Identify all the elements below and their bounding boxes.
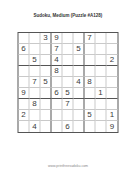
cell-r7c9[interactable] bbox=[107, 99, 118, 110]
cell-r5c6: 4 bbox=[74, 77, 85, 88]
cell-r5c7: 8 bbox=[85, 77, 96, 88]
cell-r2c1: 6 bbox=[19, 44, 30, 55]
cell-r8c9: 1 bbox=[107, 110, 118, 121]
cell-r9c5: 6 bbox=[63, 121, 74, 132]
cell-r8c3[interactable] bbox=[41, 110, 52, 121]
cell-r6c3[interactable] bbox=[41, 88, 52, 99]
cell-r2c9[interactable] bbox=[107, 44, 118, 55]
cell-r7c5: 7 bbox=[63, 99, 74, 110]
cell-r8c6[interactable] bbox=[74, 110, 85, 121]
cell-r4c5[interactable] bbox=[63, 66, 74, 77]
cell-r4c9[interactable] bbox=[107, 66, 118, 77]
cell-r2c7[interactable] bbox=[85, 44, 96, 55]
cell-r2c5[interactable] bbox=[63, 44, 74, 55]
cell-r4c3[interactable] bbox=[41, 66, 52, 77]
cell-r1c9[interactable] bbox=[107, 33, 118, 44]
sudoku-grid: 39767554287548965187251469 bbox=[18, 32, 119, 133]
cell-r1c2[interactable] bbox=[30, 33, 41, 44]
cell-r3c4: 4 bbox=[52, 55, 63, 66]
cell-r4c2[interactable] bbox=[30, 66, 41, 77]
cell-r5c4[interactable] bbox=[52, 77, 63, 88]
cell-r9c4[interactable] bbox=[52, 121, 63, 132]
cell-r6c7[interactable] bbox=[85, 88, 96, 99]
cell-r5c1[interactable] bbox=[19, 77, 30, 88]
cell-r7c8[interactable] bbox=[96, 99, 107, 110]
cell-r2c3[interactable] bbox=[41, 44, 52, 55]
cell-r5c5[interactable] bbox=[63, 77, 74, 88]
cell-r8c2[interactable] bbox=[30, 110, 41, 121]
cell-r6c8: 1 bbox=[96, 88, 107, 99]
cell-r3c3[interactable] bbox=[41, 55, 52, 66]
cell-r9c6[interactable] bbox=[74, 121, 85, 132]
cell-r3c8[interactable] bbox=[96, 55, 107, 66]
cell-r1c8[interactable] bbox=[96, 33, 107, 44]
cell-r2c4: 7 bbox=[52, 44, 63, 55]
cell-r4c8[interactable] bbox=[96, 66, 107, 77]
cell-r3c9: 2 bbox=[107, 55, 118, 66]
cell-r1c1[interactable] bbox=[19, 33, 30, 44]
cell-r2c2[interactable] bbox=[30, 44, 41, 55]
cell-r9c9: 9 bbox=[107, 121, 118, 132]
cell-r2c8[interactable] bbox=[96, 44, 107, 55]
cell-r6c9[interactable] bbox=[107, 88, 118, 99]
cell-r5c8[interactable] bbox=[96, 77, 107, 88]
cell-r4c6[interactable] bbox=[74, 66, 85, 77]
cell-r9c1[interactable] bbox=[19, 121, 30, 132]
cell-r2c6: 5 bbox=[74, 44, 85, 55]
cell-r5c2: 7 bbox=[30, 77, 41, 88]
cell-r6c4: 6 bbox=[52, 88, 63, 99]
sudoku-page: Sudoku, Medium (Puzzle #A128) 3976755428… bbox=[0, 0, 136, 176]
cell-r8c7: 5 bbox=[85, 110, 96, 121]
cell-r7c3[interactable] bbox=[41, 99, 52, 110]
cell-r1c7: 7 bbox=[85, 33, 96, 44]
cell-r4c7[interactable] bbox=[85, 66, 96, 77]
cell-r1c3: 3 bbox=[41, 33, 52, 44]
footer-url: www.printfreesudoku.com bbox=[0, 164, 136, 168]
cell-r6c2[interactable] bbox=[30, 88, 41, 99]
cell-r3c6[interactable] bbox=[74, 55, 85, 66]
cell-r3c7[interactable] bbox=[85, 55, 96, 66]
cell-r1c4: 9 bbox=[52, 33, 63, 44]
cell-r7c2: 8 bbox=[30, 99, 41, 110]
cell-r1c5[interactable] bbox=[63, 33, 74, 44]
cell-r4c1[interactable] bbox=[19, 66, 30, 77]
cell-r7c1[interactable] bbox=[19, 99, 30, 110]
puzzle-title: Sudoku, Medium (Puzzle #A128) bbox=[0, 13, 136, 18]
cell-r7c7[interactable] bbox=[85, 99, 96, 110]
cell-r8c8[interactable] bbox=[96, 110, 107, 121]
cell-r3c1[interactable] bbox=[19, 55, 30, 66]
cell-r5c9[interactable] bbox=[107, 77, 118, 88]
cell-r7c4[interactable] bbox=[52, 99, 63, 110]
cell-r7c6[interactable] bbox=[74, 99, 85, 110]
cell-r8c5[interactable] bbox=[63, 110, 74, 121]
cell-r6c1: 9 bbox=[19, 88, 30, 99]
cell-r9c3[interactable] bbox=[41, 121, 52, 132]
cell-r8c1: 2 bbox=[19, 110, 30, 121]
cell-r5c3: 5 bbox=[41, 77, 52, 88]
cell-r4c4: 8 bbox=[52, 66, 63, 77]
cell-r8c4[interactable] bbox=[52, 110, 63, 121]
cell-r3c2: 5 bbox=[30, 55, 41, 66]
cell-r3c5[interactable] bbox=[63, 55, 74, 66]
cell-r9c8[interactable] bbox=[96, 121, 107, 132]
cell-r9c7[interactable] bbox=[85, 121, 96, 132]
cell-r1c6[interactable] bbox=[74, 33, 85, 44]
cell-r9c2: 4 bbox=[30, 121, 41, 132]
cell-r6c6[interactable] bbox=[74, 88, 85, 99]
cell-r6c5: 5 bbox=[63, 88, 74, 99]
